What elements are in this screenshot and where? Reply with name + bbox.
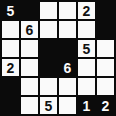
cell-r5c4[interactable] (59, 78, 76, 95)
puzzle-grid: 526526512 (0, 0, 116, 116)
cell-r5c2[interactable] (21, 78, 38, 95)
cell-r4c6[interactable] (97, 59, 114, 76)
cell-r6c6[interactable]: 2 (97, 97, 114, 114)
cell-r2c5[interactable] (78, 21, 95, 38)
cell-r3c1[interactable] (2, 40, 19, 57)
cell-r3c6[interactable] (97, 40, 114, 57)
cell-r1c3[interactable] (40, 2, 57, 19)
cell-r3c4[interactable] (59, 40, 76, 57)
cell-r5c1[interactable] (2, 78, 19, 95)
cell-r4c4[interactable]: 6 (59, 59, 76, 76)
cell-r3c5[interactable]: 5 (78, 40, 95, 57)
cell-r1c2[interactable] (21, 2, 38, 19)
cell-r6c1[interactable] (2, 97, 19, 114)
cell-r2c2[interactable]: 6 (21, 21, 38, 38)
cell-r2c3[interactable] (40, 21, 57, 38)
cell-r6c5[interactable]: 1 (78, 97, 95, 114)
cell-r6c3[interactable]: 5 (40, 97, 57, 114)
cell-r4c1[interactable]: 2 (2, 59, 19, 76)
cell-r2c6[interactable] (97, 21, 114, 38)
cell-r1c1[interactable]: 5 (2, 2, 19, 19)
cell-r3c2[interactable] (21, 40, 38, 57)
cell-r5c5[interactable] (78, 78, 95, 95)
cell-r4c5[interactable] (78, 59, 95, 76)
cell-r4c3[interactable] (40, 59, 57, 76)
cell-r4c2[interactable] (21, 59, 38, 76)
cell-r1c4[interactable] (59, 2, 76, 19)
cell-r5c3[interactable] (40, 78, 57, 95)
cell-r1c6[interactable] (97, 2, 114, 19)
cell-r3c3[interactable] (40, 40, 57, 57)
cell-r2c1[interactable] (2, 21, 19, 38)
cell-r6c2[interactable] (21, 97, 38, 114)
cell-r5c6[interactable] (97, 78, 114, 95)
cell-r1c5[interactable]: 2 (78, 2, 95, 19)
cell-r2c4[interactable] (59, 21, 76, 38)
cell-r6c4[interactable] (59, 97, 76, 114)
